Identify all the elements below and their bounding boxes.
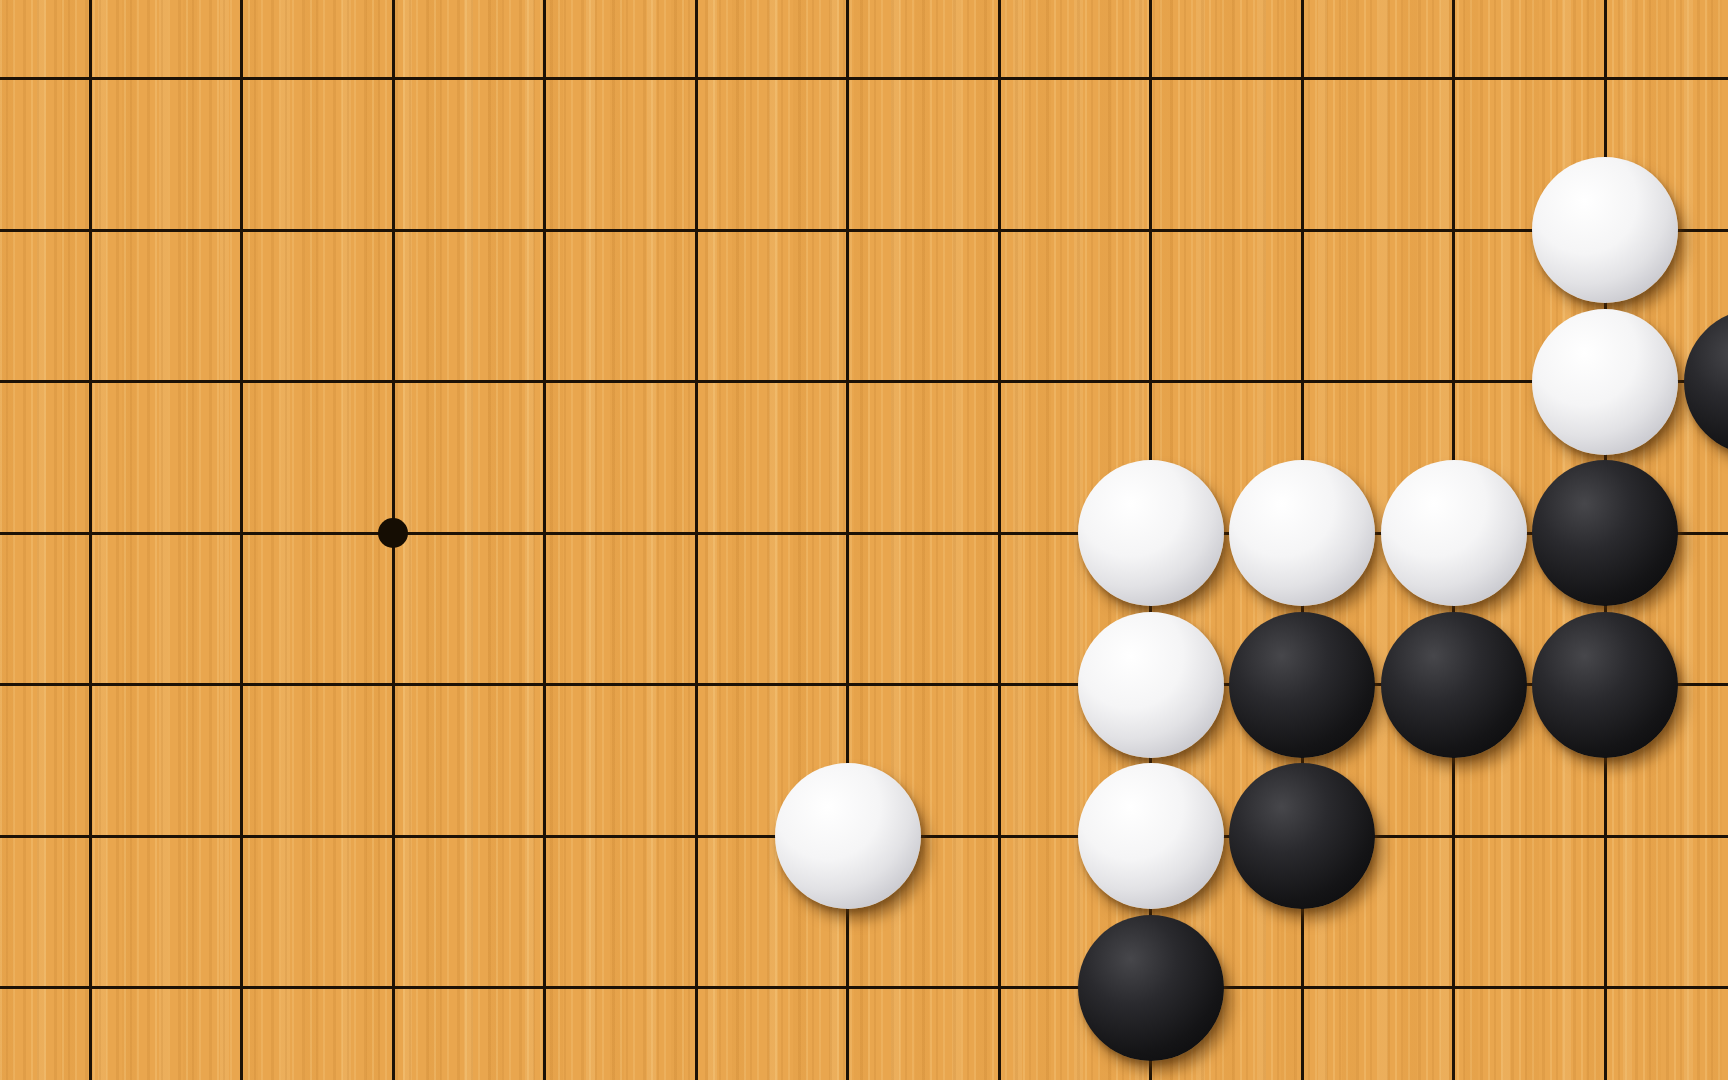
black-stone-c11-r4[interactable] bbox=[1532, 460, 1678, 606]
grid-line-vertical-5 bbox=[695, 0, 698, 1080]
white-stone-c11-r3[interactable] bbox=[1532, 309, 1678, 455]
white-stone-c8-r4[interactable] bbox=[1078, 460, 1224, 606]
grid-line-horizontal-2 bbox=[0, 229, 1728, 232]
grid-line-vertical-6 bbox=[846, 0, 849, 1080]
go-board[interactable] bbox=[0, 0, 1728, 1080]
grid-line-vertical-7 bbox=[998, 0, 1001, 1080]
grid-line-vertical-4 bbox=[543, 0, 546, 1080]
black-stone-c9-r5[interactable] bbox=[1229, 612, 1375, 758]
black-stone-c8-r7[interactable] bbox=[1078, 915, 1224, 1061]
board-grid-and-stones-layer bbox=[0, 0, 1728, 1080]
white-stone-c8-r5[interactable] bbox=[1078, 612, 1224, 758]
black-stone-c12-r3[interactable] bbox=[1684, 309, 1728, 455]
star-point-hoshi bbox=[378, 518, 408, 548]
grid-line-horizontal-7 bbox=[0, 986, 1728, 989]
black-stone-c11-r5[interactable] bbox=[1532, 612, 1678, 758]
grid-line-vertical-1 bbox=[89, 0, 92, 1080]
black-stone-c10-r5[interactable] bbox=[1381, 612, 1527, 758]
black-stone-c9-r6[interactable] bbox=[1229, 763, 1375, 909]
grid-line-horizontal-3 bbox=[0, 380, 1728, 383]
white-stone-c9-r4[interactable] bbox=[1229, 460, 1375, 606]
grid-line-horizontal-1 bbox=[0, 77, 1728, 80]
white-stone-c10-r4[interactable] bbox=[1381, 460, 1527, 606]
grid-line-vertical-2 bbox=[240, 0, 243, 1080]
white-stone-c8-r6[interactable] bbox=[1078, 763, 1224, 909]
white-stone-c11-r2[interactable] bbox=[1532, 157, 1678, 303]
white-stone-c6-r6[interactable] bbox=[775, 763, 921, 909]
